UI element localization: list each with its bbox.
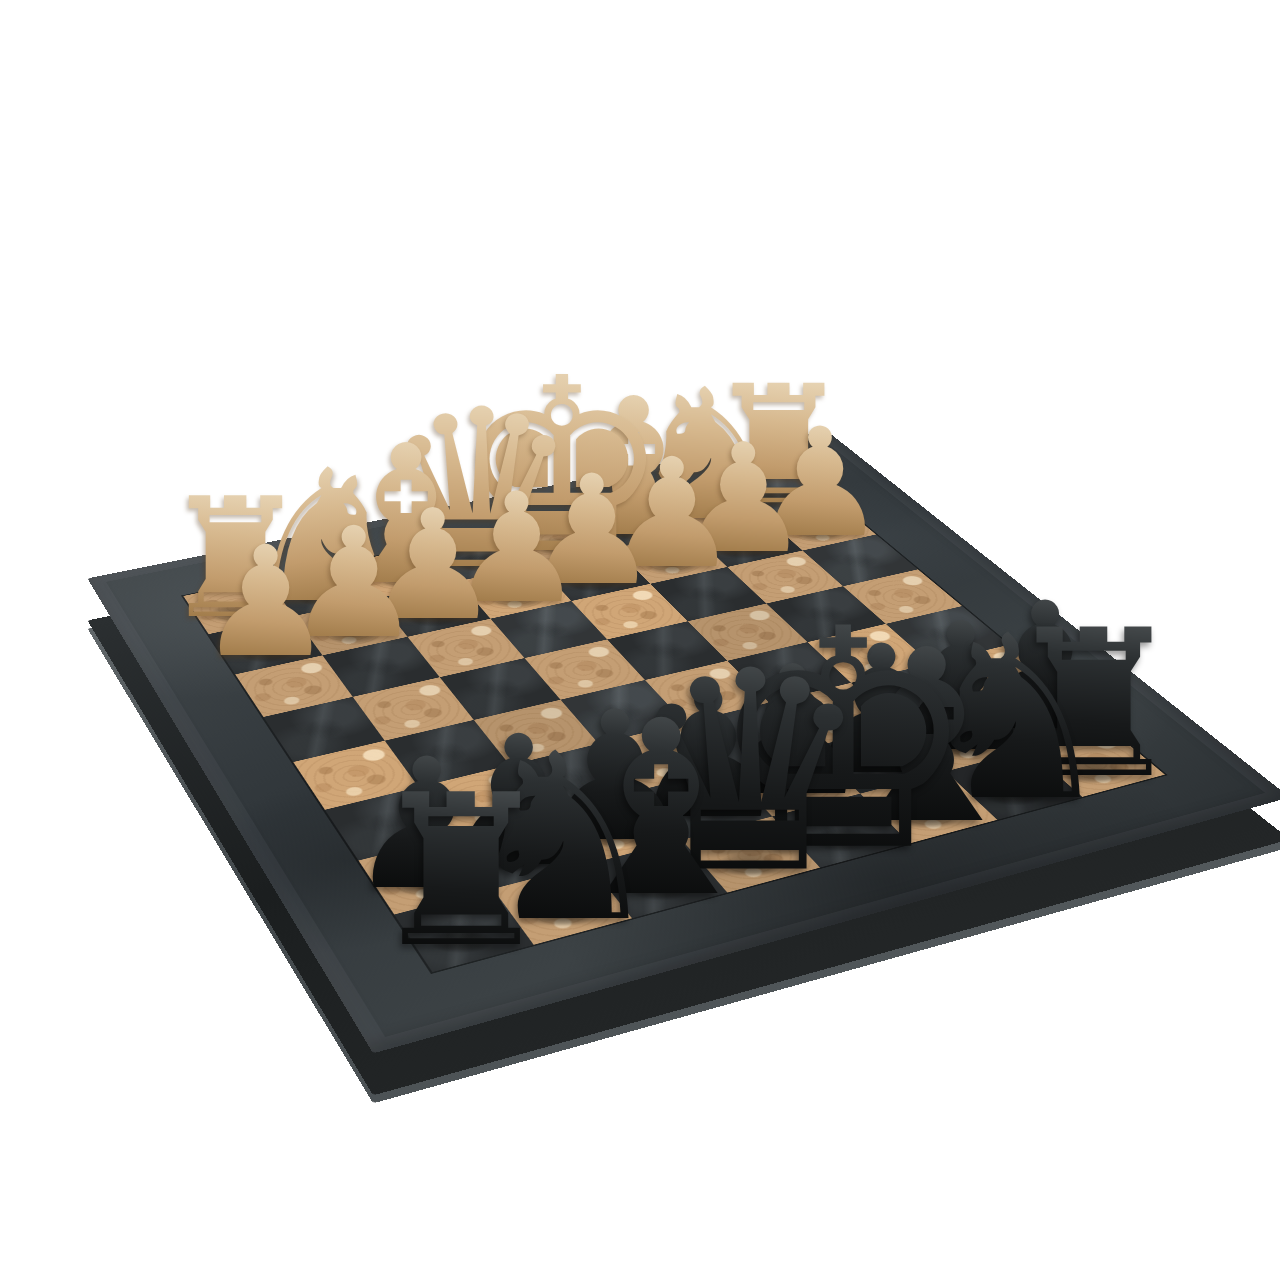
chess-board (87, 431, 1280, 1054)
product-photo-stage: ♜♞♝♟♚♟♛♟♝♟♞♟♜♟♟♟♟♟♟♜♟♞♟♝♟♚♟♛♟♝♞♜ (0, 0, 1280, 1280)
